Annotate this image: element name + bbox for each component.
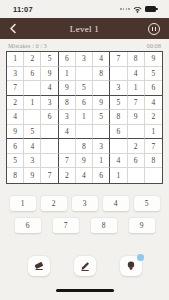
grid-cell-r5c2[interactable] <box>24 110 41 125</box>
grid-cell-r1c8[interactable]: 8 <box>128 52 145 67</box>
grid-cell-r7c7[interactable] <box>110 139 127 154</box>
grid-cell-r1c4[interactable]: 6 <box>59 52 76 67</box>
grid-cell-r7c3[interactable] <box>41 139 58 154</box>
grid-cell-r6c8[interactable] <box>128 125 145 140</box>
grid-cell-r9c3[interactable]: 7 <box>41 168 58 183</box>
grid-cell-r2c4[interactable]: 1 <box>59 67 76 82</box>
action-buttons <box>0 256 169 276</box>
grid-cell-r3c2[interactable] <box>24 81 41 96</box>
grid-cell-r1c5[interactable]: 3 <box>76 52 93 67</box>
grid-cell-r9c9[interactable] <box>145 168 162 183</box>
grid-cell-r5c9[interactable]: 2 <box>145 110 162 125</box>
sudoku-grid: 1256347893691845749531621386957446315892… <box>6 51 163 184</box>
grid-cell-r1c2[interactable]: 2 <box>24 52 41 67</box>
grid-cell-r2c3[interactable]: 9 <box>41 67 58 82</box>
grid-cell-r4c8[interactable]: 7 <box>128 96 145 111</box>
game-info-row: Mistakes : 0 / 3 00:08 <box>8 40 161 51</box>
numpad-button-3[interactable]: 3 <box>72 196 98 211</box>
pencil-icon <box>79 260 91 272</box>
grid-cell-r1c9[interactable]: 9 <box>145 52 162 67</box>
battery-icon <box>145 6 156 12</box>
lightbulb-icon <box>125 260 137 272</box>
back-button[interactable] <box>9 22 21 36</box>
grid-cell-r1c3[interactable]: 5 <box>41 52 58 67</box>
grid-cell-r7c6[interactable]: 3 <box>93 139 110 154</box>
hint-button[interactable] <box>120 256 142 276</box>
grid-cell-r8c6[interactable]: 1 <box>93 154 110 169</box>
pencil-notes-button[interactable] <box>74 256 96 276</box>
grid-cell-r8c4[interactable]: 7 <box>59 154 76 169</box>
home-indicator[interactable] <box>56 289 114 293</box>
grid-cell-r9c5[interactable]: 4 <box>76 168 93 183</box>
grid-cell-r2c5[interactable] <box>76 67 93 82</box>
numpad-button-8[interactable]: 8 <box>91 218 117 233</box>
wifi-icon <box>133 6 142 13</box>
grid-cell-r9c8[interactable] <box>128 168 145 183</box>
grid-cell-r4c3[interactable]: 3 <box>41 96 58 111</box>
grid-cell-r3c5[interactable]: 5 <box>76 81 93 96</box>
grid-cell-r4c1[interactable]: 2 <box>7 96 24 111</box>
header: Level 1 <box>0 18 169 39</box>
grid-cell-r6c9[interactable]: 1 <box>145 125 162 140</box>
grid-cell-r1c1[interactable]: 1 <box>7 52 24 67</box>
grid-cell-r9c2[interactable]: 9 <box>24 168 41 183</box>
grid-cell-r8c8[interactable]: 6 <box>128 154 145 169</box>
grid-cell-r5c6[interactable]: 5 <box>93 110 110 125</box>
numpad-button-7[interactable]: 7 <box>53 218 79 233</box>
grid-cell-r1c7[interactable]: 7 <box>110 52 127 67</box>
grid-cell-r7c2[interactable]: 4 <box>24 139 41 154</box>
grid-cell-r9c4[interactable]: 2 <box>59 168 76 183</box>
grid-cell-r2c7[interactable] <box>110 67 127 82</box>
grid-cell-r7c1[interactable]: 6 <box>7 139 24 154</box>
clock-time: 11:07 <box>13 5 33 14</box>
grid-cell-r5c3[interactable]: 6 <box>41 110 58 125</box>
grid-cell-r2c1[interactable]: 3 <box>7 67 24 82</box>
grid-cell-r5c4[interactable]: 3 <box>59 110 76 125</box>
timer: 00:08 <box>147 43 161 49</box>
grid-cell-r5c1[interactable]: 4 <box>7 110 24 125</box>
grid-cell-r6c7[interactable]: 6 <box>110 125 127 140</box>
grid-cell-r1c6[interactable]: 4 <box>93 52 110 67</box>
grid-cell-r5c8[interactable]: 9 <box>128 110 145 125</box>
grid-cell-r3c7[interactable]: 3 <box>110 81 127 96</box>
grid-cell-r3c8[interactable]: 1 <box>128 81 145 96</box>
numpad-row-1: 12345 <box>0 196 169 211</box>
grid-cell-r4c6[interactable]: 9 <box>93 96 110 111</box>
eraser-icon <box>33 260 45 272</box>
back-chevron-icon <box>9 23 17 34</box>
grid-cell-r7c5[interactable]: 8 <box>76 139 93 154</box>
grid-cell-r4c4[interactable]: 8 <box>59 96 76 111</box>
hint-badge <box>137 254 144 261</box>
grid-cell-r3c1[interactable]: 7 <box>7 81 24 96</box>
grid-cell-r4c2[interactable]: 1 <box>24 96 41 111</box>
grid-cell-r5c7[interactable]: 8 <box>110 110 127 125</box>
sudoku-app-screen: 11:07 Level 1 Mistakes : 0 / 3 00:08 125… <box>0 0 169 300</box>
grid-cell-r4c7[interactable]: 5 <box>110 96 127 111</box>
numpad-button-1[interactable]: 1 <box>10 196 36 211</box>
grid-cell-r9c6[interactable]: 6 <box>93 168 110 183</box>
pause-button[interactable] <box>148 23 160 35</box>
grid-cell-r3c3[interactable]: 4 <box>41 81 58 96</box>
status-bar: 11:07 <box>0 0 169 18</box>
grid-cell-r3c4[interactable]: 9 <box>59 81 76 96</box>
grid-cell-r5c5[interactable]: 1 <box>76 110 93 125</box>
numpad-button-5[interactable]: 5 <box>134 196 160 211</box>
grid-cell-r2c6[interactable]: 8 <box>93 67 110 82</box>
cellular-dots-icon <box>120 8 130 10</box>
numpad-row-2: 6789 <box>0 218 169 233</box>
grid-cell-r9c7[interactable]: 1 <box>110 168 127 183</box>
grid-cell-r8c1[interactable]: 5 <box>7 154 24 169</box>
numpad-button-4[interactable]: 4 <box>103 196 129 211</box>
grid-cell-r7c8[interactable]: 2 <box>128 139 145 154</box>
grid-cell-r8c3[interactable] <box>41 154 58 169</box>
grid-cell-r6c4[interactable]: 4 <box>59 125 76 140</box>
grid-cell-r6c6[interactable] <box>93 125 110 140</box>
pause-icon <box>152 27 153 31</box>
page-title: Level 1 <box>0 24 169 34</box>
numpad-button-6[interactable]: 6 <box>15 218 41 233</box>
grid-cell-r2c8[interactable]: 4 <box>128 67 145 82</box>
grid-cell-r6c1[interactable]: 9 <box>7 125 24 140</box>
grid-cell-r3c9[interactable]: 6 <box>145 81 162 96</box>
grid-cell-r8c7[interactable]: 4 <box>110 154 127 169</box>
grid-cell-r8c9[interactable]: 8 <box>145 154 162 169</box>
grid-cell-r8c5[interactable]: 9 <box>76 154 93 169</box>
grid-cell-r4c9[interactable]: 4 <box>145 96 162 111</box>
grid-cell-r7c4[interactable] <box>59 139 76 154</box>
grid-cell-r3c6[interactable] <box>93 81 110 96</box>
pause-icon <box>155 27 156 31</box>
grid-cell-r7c9[interactable]: 7 <box>145 139 162 154</box>
eraser-button[interactable] <box>28 256 50 276</box>
mistakes-counter: Mistakes : 0 / 3 <box>8 43 47 49</box>
numpad-button-2[interactable]: 2 <box>41 196 67 211</box>
grid-cell-r6c5[interactable] <box>76 125 93 140</box>
grid-cell-r8c2[interactable]: 3 <box>24 154 41 169</box>
grid-cell-r9c1[interactable]: 8 <box>7 168 24 183</box>
grid-cell-r6c2[interactable]: 5 <box>24 125 41 140</box>
grid-cell-r4c5[interactable]: 6 <box>76 96 93 111</box>
grid-cell-r2c2[interactable]: 6 <box>24 67 41 82</box>
status-icons <box>120 6 156 13</box>
grid-cell-r2c9[interactable]: 5 <box>145 67 162 82</box>
grid-cell-r6c3[interactable] <box>41 125 58 140</box>
numpad-button-9[interactable]: 9 <box>129 218 155 233</box>
